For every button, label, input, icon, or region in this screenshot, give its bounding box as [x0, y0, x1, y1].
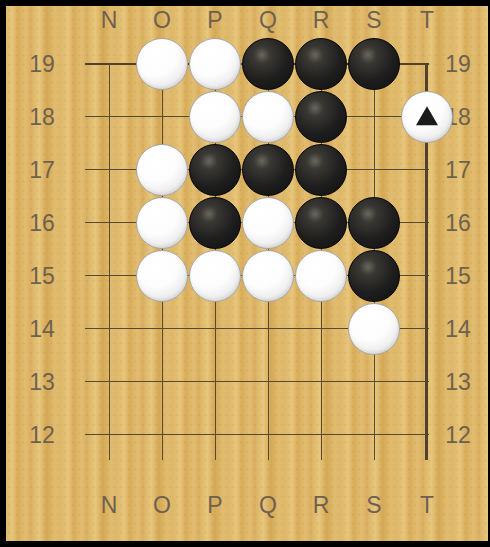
intersection-T13[interactable] — [401, 356, 454, 409]
intersection-O16[interactable] — [136, 197, 189, 250]
row-label-left-15: 15 — [16, 264, 69, 289]
intersection-R18[interactable] — [295, 91, 348, 144]
col-label-bottom-T: T — [401, 493, 454, 518]
col-label-top-R: R — [295, 8, 348, 33]
col-label-top-P: P — [189, 8, 242, 33]
intersection-T17[interactable] — [401, 144, 454, 197]
intersection-O18[interactable] — [136, 91, 189, 144]
intersection-R17[interactable] — [295, 144, 348, 197]
intersection-N14[interactable] — [83, 303, 136, 356]
white-stone-S14 — [348, 303, 400, 355]
black-stone-R18 — [295, 91, 347, 143]
intersection-O13[interactable] — [136, 356, 189, 409]
white-stone-Q16 — [242, 197, 294, 249]
row-label-left-19: 19 — [16, 52, 69, 77]
intersection-O17[interactable] — [136, 144, 189, 197]
intersection-T16[interactable] — [401, 197, 454, 250]
col-label-bottom-R: R — [295, 493, 348, 518]
row-label-left-17: 17 — [16, 158, 69, 183]
intersection-P17[interactable] — [189, 144, 242, 197]
white-stone-O16 — [136, 197, 188, 249]
intersection-O14[interactable] — [136, 303, 189, 356]
intersection-R13[interactable] — [295, 356, 348, 409]
intersection-P16[interactable] — [189, 197, 242, 250]
intersection-R15[interactable] — [295, 250, 348, 303]
col-label-top-Q: Q — [242, 8, 295, 33]
col-label-top-T: T — [401, 8, 454, 33]
black-stone-R16 — [295, 197, 347, 249]
col-label-bottom-O: O — [136, 493, 189, 518]
intersection-N13[interactable] — [83, 356, 136, 409]
intersection-N18[interactable] — [83, 91, 136, 144]
black-stone-Q19 — [242, 38, 294, 90]
screenshot-frame: NOPQRST NOPQRST 1918171615141312 1918171… — [0, 0, 490, 547]
intersection-T14[interactable] — [401, 303, 454, 356]
intersection-S13[interactable] — [348, 356, 401, 409]
intersection-P18[interactable] — [189, 91, 242, 144]
intersection-Q18[interactable] — [242, 91, 295, 144]
col-label-bottom-N: N — [83, 493, 136, 518]
intersection-S19[interactable] — [348, 38, 401, 91]
white-stone-P19 — [189, 38, 241, 90]
white-stone-R15 — [295, 250, 347, 302]
intersection-S17[interactable] — [348, 144, 401, 197]
intersection-Q14[interactable] — [242, 303, 295, 356]
intersection-Q16[interactable] — [242, 197, 295, 250]
intersection-P12[interactable] — [189, 409, 242, 462]
black-stone-P17 — [189, 144, 241, 196]
intersection-S12[interactable] — [348, 409, 401, 462]
intersection-P14[interactable] — [189, 303, 242, 356]
intersection-Q19[interactable] — [242, 38, 295, 91]
intersection-O12[interactable] — [136, 409, 189, 462]
col-label-top-O: O — [136, 8, 189, 33]
white-stone-O19 — [136, 38, 188, 90]
intersection-Q17[interactable] — [242, 144, 295, 197]
col-label-bottom-S: S — [348, 493, 401, 518]
intersection-Q15[interactable] — [242, 250, 295, 303]
black-stone-P16 — [189, 197, 241, 249]
intersection-T15[interactable] — [401, 250, 454, 303]
col-label-bottom-P: P — [189, 493, 242, 518]
intersection-S15[interactable] — [348, 250, 401, 303]
intersection-T12[interactable] — [401, 409, 454, 462]
intersection-N19[interactable] — [83, 38, 136, 91]
black-stone-Q17 — [242, 144, 294, 196]
intersection-Q12[interactable] — [242, 409, 295, 462]
white-stone-P18 — [189, 91, 241, 143]
col-label-top-S: S — [348, 8, 401, 33]
row-label-left-14: 14 — [16, 317, 69, 342]
white-stone-Q18 — [242, 91, 294, 143]
intersection-R14[interactable] — [295, 303, 348, 356]
white-stone-Q15 — [242, 250, 294, 302]
intersection-S14[interactable] — [348, 303, 401, 356]
row-label-left-12: 12 — [16, 423, 69, 448]
black-stone-R17 — [295, 144, 347, 196]
black-stone-R19 — [295, 38, 347, 90]
intersection-P13[interactable] — [189, 356, 242, 409]
col-label-top-N: N — [83, 8, 136, 33]
intersection-N16[interactable] — [83, 197, 136, 250]
intersection-R19[interactable] — [295, 38, 348, 91]
white-stone-O17 — [136, 144, 188, 196]
row-label-left-18: 18 — [16, 105, 69, 130]
white-stone-O15 — [136, 250, 188, 302]
intersection-O15[interactable] — [136, 250, 189, 303]
white-stone-T18 — [401, 91, 453, 143]
intersection-N17[interactable] — [83, 144, 136, 197]
black-stone-S16 — [348, 197, 400, 249]
intersection-S18[interactable] — [348, 91, 401, 144]
intersection-T18[interactable] — [401, 91, 454, 144]
intersection-N15[interactable] — [83, 250, 136, 303]
intersection-S16[interactable] — [348, 197, 401, 250]
go-board — [83, 38, 454, 462]
white-stone-P15 — [189, 250, 241, 302]
intersection-R16[interactable] — [295, 197, 348, 250]
row-label-left-13: 13 — [16, 370, 69, 395]
intersection-O19[interactable] — [136, 38, 189, 91]
triangle-mark-icon — [416, 106, 438, 125]
col-label-bottom-Q: Q — [242, 493, 295, 518]
row-label-left-16: 16 — [16, 211, 69, 236]
intersection-N12[interactable] — [83, 409, 136, 462]
intersection-P19[interactable] — [189, 38, 242, 91]
black-stone-S19 — [348, 38, 400, 90]
intersection-T19[interactable] — [401, 38, 454, 91]
black-stone-S15 — [348, 250, 400, 302]
intersection-Q13[interactable] — [242, 356, 295, 409]
intersection-R12[interactable] — [295, 409, 348, 462]
intersection-P15[interactable] — [189, 250, 242, 303]
